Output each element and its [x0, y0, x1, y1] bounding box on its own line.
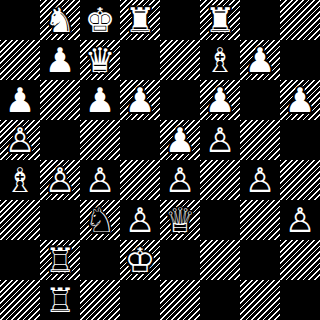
white-pawn-knockout: ♟ [0, 120, 40, 160]
square-d4[interactable] [120, 160, 160, 200]
square-c5[interactable] [80, 120, 120, 160]
piece-black-knight: ♞ [40, 0, 80, 40]
piece-white-pawn: ♙ [120, 200, 160, 240]
square-f7[interactable]: ♝♗ [200, 40, 240, 80]
square-g2[interactable] [240, 240, 280, 280]
black-pawn-knockout: ♟ [240, 40, 280, 80]
square-a8[interactable] [0, 0, 40, 40]
white-pawn-knockout: ♟ [160, 160, 200, 200]
white-knight-knockout: ♞ [80, 200, 120, 240]
white-pawn-knockout: ♟ [40, 160, 80, 200]
piece-white-pawn: ♙ [240, 160, 280, 200]
black-queen-knockout: ♛ [80, 40, 120, 80]
square-d6[interactable]: ♟♟ [120, 80, 160, 120]
white-bishop-knockout: ♝ [200, 40, 240, 80]
square-e3[interactable]: ♛♕ [160, 200, 200, 240]
piece-black-rook: ♜ [120, 0, 160, 40]
square-b4[interactable]: ♟♙ [40, 160, 80, 200]
white-pawn-knockout: ♟ [200, 120, 240, 160]
piece-black-pawn: ♟ [200, 80, 240, 120]
square-a5[interactable]: ♟♙ [0, 120, 40, 160]
piece-white-knight: ♘ [80, 200, 120, 240]
square-b5[interactable] [40, 120, 80, 160]
square-d7[interactable] [120, 40, 160, 80]
piece-white-pawn: ♙ [80, 160, 120, 200]
piece-black-king: ♚ [80, 0, 120, 40]
square-d8[interactable]: ♜♜ [120, 0, 160, 40]
square-f8[interactable]: ♜♜ [200, 0, 240, 40]
white-pawn-knockout: ♟ [240, 160, 280, 200]
piece-black-pawn: ♟ [240, 40, 280, 80]
black-pawn-knockout: ♟ [120, 80, 160, 120]
black-king-knockout: ♚ [80, 0, 120, 40]
square-h8[interactable] [280, 0, 320, 40]
square-f3[interactable] [200, 200, 240, 240]
piece-white-bishop: ♗ [0, 160, 40, 200]
piece-white-pawn: ♙ [200, 120, 240, 160]
square-h7[interactable] [280, 40, 320, 80]
piece-black-queen: ♛ [80, 40, 120, 80]
piece-black-pawn: ♟ [40, 40, 80, 80]
square-f1[interactable] [200, 280, 240, 320]
white-pawn-knockout: ♟ [120, 200, 160, 240]
square-c1[interactable] [80, 280, 120, 320]
square-h6[interactable]: ♟♟ [280, 80, 320, 120]
square-g5[interactable] [240, 120, 280, 160]
piece-white-king: ♔ [120, 240, 160, 280]
square-c6[interactable]: ♟♟ [80, 80, 120, 120]
piece-white-pawn: ♙ [40, 160, 80, 200]
square-e2[interactable] [160, 240, 200, 280]
square-g3[interactable] [240, 200, 280, 240]
square-b2[interactable]: ♜♖ [40, 240, 80, 280]
square-c3[interactable]: ♞♘ [80, 200, 120, 240]
piece-white-rook: ♖ [40, 280, 80, 320]
piece-black-pawn: ♟ [160, 120, 200, 160]
square-b6[interactable] [40, 80, 80, 120]
white-rook-knockout: ♜ [40, 280, 80, 320]
square-h5[interactable] [280, 120, 320, 160]
square-c8[interactable]: ♚♚ [80, 0, 120, 40]
square-g7[interactable]: ♟♟ [240, 40, 280, 80]
square-d3[interactable]: ♟♙ [120, 200, 160, 240]
piece-black-pawn: ♟ [120, 80, 160, 120]
piece-black-pawn: ♟ [80, 80, 120, 120]
white-queen-knockout: ♛ [160, 200, 200, 240]
square-a1[interactable] [0, 280, 40, 320]
square-g4[interactable]: ♟♙ [240, 160, 280, 200]
black-rook-knockout: ♜ [120, 0, 160, 40]
square-h3[interactable]: ♟♙ [280, 200, 320, 240]
square-b1[interactable]: ♜♖ [40, 280, 80, 320]
square-e8[interactable] [160, 0, 200, 40]
square-g1[interactable] [240, 280, 280, 320]
square-a6[interactable]: ♟♟ [0, 80, 40, 120]
square-b3[interactable] [40, 200, 80, 240]
black-rook-knockout: ♜ [200, 0, 240, 40]
square-e7[interactable] [160, 40, 200, 80]
square-a4[interactable]: ♝♗ [0, 160, 40, 200]
black-pawn-knockout: ♟ [160, 120, 200, 160]
square-g6[interactable] [240, 80, 280, 120]
square-a2[interactable] [0, 240, 40, 280]
piece-black-rook: ♜ [200, 0, 240, 40]
black-pawn-knockout: ♟ [40, 40, 80, 80]
square-c4[interactable]: ♟♙ [80, 160, 120, 200]
square-c2[interactable] [80, 240, 120, 280]
white-king-knockout: ♚ [120, 240, 160, 280]
square-b7[interactable]: ♟♟ [40, 40, 80, 80]
black-knight-knockout: ♞ [40, 0, 80, 40]
piece-white-rook: ♖ [40, 240, 80, 280]
chess-board: ♞♞♚♚♜♜♜♜♟♟♛♛♝♗♟♟♟♟♟♟♟♟♟♟♟♟♟♙♟♟♟♙♝♗♟♙♟♙♟♙… [0, 0, 320, 320]
square-h1[interactable] [280, 280, 320, 320]
square-b8[interactable]: ♞♞ [40, 0, 80, 40]
square-e5[interactable]: ♟♟ [160, 120, 200, 160]
white-bishop-knockout: ♝ [0, 160, 40, 200]
square-f5[interactable]: ♟♙ [200, 120, 240, 160]
square-e6[interactable] [160, 80, 200, 120]
square-a3[interactable] [0, 200, 40, 240]
square-c7[interactable]: ♛♛ [80, 40, 120, 80]
black-pawn-knockout: ♟ [280, 80, 320, 120]
square-e1[interactable] [160, 280, 200, 320]
piece-white-pawn: ♙ [280, 200, 320, 240]
square-d1[interactable] [120, 280, 160, 320]
white-rook-knockout: ♜ [40, 240, 80, 280]
piece-black-pawn: ♟ [280, 80, 320, 120]
piece-white-pawn: ♙ [0, 120, 40, 160]
piece-white-bishop: ♗ [200, 40, 240, 80]
square-d2[interactable]: ♚♔ [120, 240, 160, 280]
black-pawn-knockout: ♟ [80, 80, 120, 120]
square-g8[interactable] [240, 0, 280, 40]
square-f6[interactable]: ♟♟ [200, 80, 240, 120]
square-d5[interactable] [120, 120, 160, 160]
square-h2[interactable] [280, 240, 320, 280]
white-pawn-knockout: ♟ [280, 200, 320, 240]
square-f2[interactable] [200, 240, 240, 280]
piece-black-pawn: ♟ [0, 80, 40, 120]
piece-white-pawn: ♙ [160, 160, 200, 200]
piece-white-queen: ♕ [160, 200, 200, 240]
black-pawn-knockout: ♟ [200, 80, 240, 120]
square-f4[interactable] [200, 160, 240, 200]
square-e4[interactable]: ♟♙ [160, 160, 200, 200]
square-h4[interactable] [280, 160, 320, 200]
white-pawn-knockout: ♟ [80, 160, 120, 200]
black-pawn-knockout: ♟ [0, 80, 40, 120]
square-a7[interactable] [0, 40, 40, 80]
